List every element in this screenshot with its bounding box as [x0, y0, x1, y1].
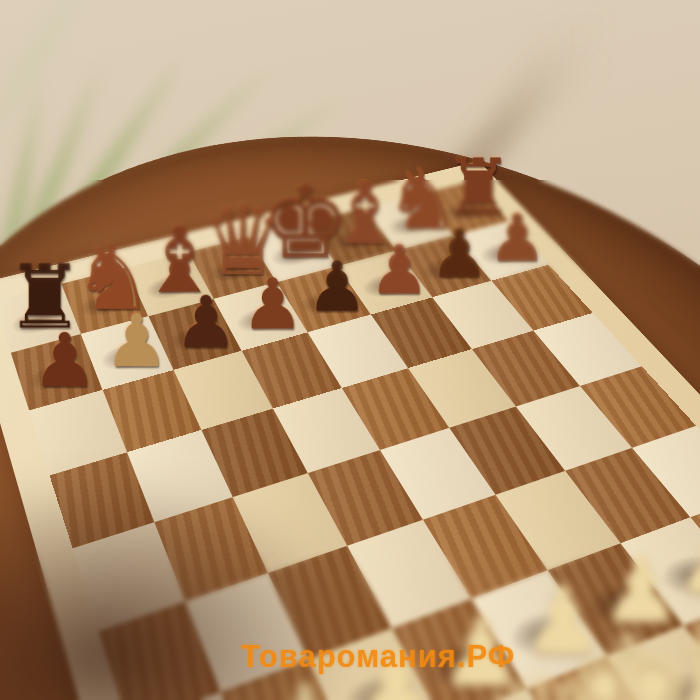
photo-stage: ♜♞♝♛♚♝♞♜♟♟♟♟♟♟♟♟♟♟♟♟♟♟♟♟♜♞♝♛♚♝♞♜ Товаром… [0, 0, 700, 700]
watermark-text: Товаромания.РФ [241, 639, 515, 675]
vignette [0, 0, 700, 700]
